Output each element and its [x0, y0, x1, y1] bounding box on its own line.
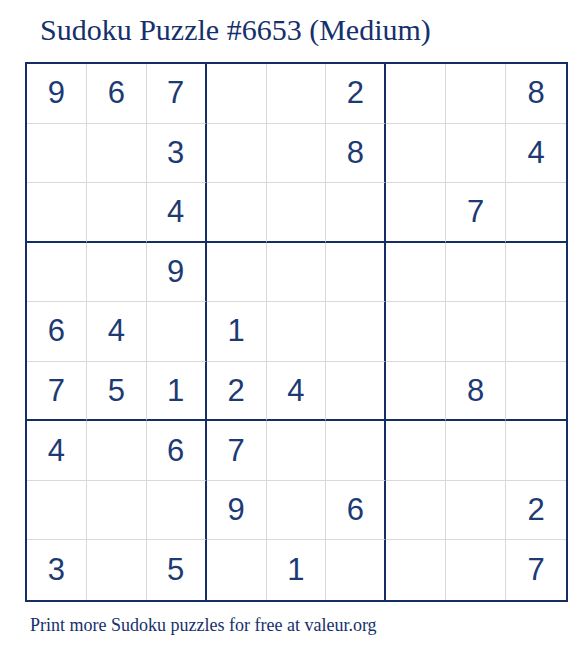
sudoku-cell-r6c8: 8	[446, 362, 506, 422]
sudoku-cell-r7c5	[267, 421, 327, 481]
sudoku-cell-r4c8	[446, 243, 506, 303]
sudoku-cell-r7c1: 4	[27, 421, 87, 481]
sudoku-cell-r9c5: 1	[267, 540, 327, 600]
sudoku-cell-r6c3: 1	[147, 362, 207, 422]
sudoku-cell-r5c4: 1	[207, 302, 267, 362]
sudoku-cell-r8c3	[147, 481, 207, 541]
sudoku-cell-r2c4	[207, 124, 267, 184]
sudoku-cell-r6c1: 7	[27, 362, 87, 422]
sudoku-cell-r1c6: 2	[326, 64, 386, 124]
sudoku-cell-r4c7	[386, 243, 446, 303]
sudoku-cell-r3c9	[506, 183, 566, 243]
sudoku-board: 967283844796417512484679623517	[25, 62, 568, 602]
sudoku-cell-r4c2	[87, 243, 147, 303]
sudoku-cell-r4c3: 9	[147, 243, 207, 303]
sudoku-cell-r9c7	[386, 540, 446, 600]
sudoku-cell-r4c6	[326, 243, 386, 303]
sudoku-cell-r1c4	[207, 64, 267, 124]
sudoku-cell-r5c6	[326, 302, 386, 362]
sudoku-page: Sudoku Puzzle #6653 (Medium) 96728384479…	[0, 0, 574, 651]
sudoku-cell-r3c3: 4	[147, 183, 207, 243]
sudoku-cell-r6c6	[326, 362, 386, 422]
sudoku-cell-r1c7	[386, 64, 446, 124]
sudoku-cell-r3c2	[87, 183, 147, 243]
sudoku-cell-r4c1	[27, 243, 87, 303]
sudoku-cell-r7c7	[386, 421, 446, 481]
sudoku-cell-r6c7	[386, 362, 446, 422]
sudoku-cell-r8c9: 2	[506, 481, 566, 541]
sudoku-cell-r6c5: 4	[267, 362, 327, 422]
sudoku-cell-r2c2	[87, 124, 147, 184]
sudoku-cell-r7c4: 7	[207, 421, 267, 481]
sudoku-cell-r3c1	[27, 183, 87, 243]
sudoku-cell-r5c8	[446, 302, 506, 362]
sudoku-cell-r5c1: 6	[27, 302, 87, 362]
sudoku-cell-r1c2: 6	[87, 64, 147, 124]
sudoku-cell-r7c2	[87, 421, 147, 481]
page-title: Sudoku Puzzle #6653 (Medium)	[40, 12, 431, 48]
sudoku-cell-r9c6	[326, 540, 386, 600]
sudoku-cell-r4c5	[267, 243, 327, 303]
sudoku-cell-r8c1	[27, 481, 87, 541]
sudoku-cell-r2c6: 8	[326, 124, 386, 184]
sudoku-cell-r8c7	[386, 481, 446, 541]
sudoku-cell-r1c5	[267, 64, 327, 124]
sudoku-cell-r2c3: 3	[147, 124, 207, 184]
sudoku-cell-r1c3: 7	[147, 64, 207, 124]
sudoku-cell-r2c9: 4	[506, 124, 566, 184]
sudoku-cell-r7c3: 6	[147, 421, 207, 481]
sudoku-cell-r2c5	[267, 124, 327, 184]
sudoku-cell-r1c1: 9	[27, 64, 87, 124]
sudoku-cell-r6c9	[506, 362, 566, 422]
sudoku-cell-r9c3: 5	[147, 540, 207, 600]
sudoku-cell-r5c9	[506, 302, 566, 362]
sudoku-cell-r3c5	[267, 183, 327, 243]
sudoku-cell-r4c4	[207, 243, 267, 303]
sudoku-cell-r7c9	[506, 421, 566, 481]
footer-text: Print more Sudoku puzzles for free at va…	[30, 615, 377, 636]
sudoku-cell-r8c5	[267, 481, 327, 541]
sudoku-cell-r7c6	[326, 421, 386, 481]
sudoku-cell-r7c8	[446, 421, 506, 481]
sudoku-cell-r8c6: 6	[326, 481, 386, 541]
sudoku-cell-r6c2: 5	[87, 362, 147, 422]
sudoku-cell-r5c5	[267, 302, 327, 362]
sudoku-cell-r9c2	[87, 540, 147, 600]
sudoku-cell-r1c8	[446, 64, 506, 124]
sudoku-cell-r8c2	[87, 481, 147, 541]
sudoku-cell-r1c9: 8	[506, 64, 566, 124]
sudoku-cell-r3c7	[386, 183, 446, 243]
sudoku-cell-r2c7	[386, 124, 446, 184]
sudoku-cell-r8c8	[446, 481, 506, 541]
sudoku-cell-r3c6	[326, 183, 386, 243]
sudoku-cell-r5c3	[147, 302, 207, 362]
sudoku-cell-r3c8: 7	[446, 183, 506, 243]
sudoku-cell-r5c7	[386, 302, 446, 362]
sudoku-cell-r9c1: 3	[27, 540, 87, 600]
sudoku-cell-r6c4: 2	[207, 362, 267, 422]
sudoku-cell-r2c8	[446, 124, 506, 184]
sudoku-cell-r9c9: 7	[506, 540, 566, 600]
sudoku-cell-r8c4: 9	[207, 481, 267, 541]
sudoku-cell-r4c9	[506, 243, 566, 303]
sudoku-cell-r9c8	[446, 540, 506, 600]
sudoku-cell-r2c1	[27, 124, 87, 184]
sudoku-cell-r3c4	[207, 183, 267, 243]
sudoku-cell-r9c4	[207, 540, 267, 600]
sudoku-cell-r5c2: 4	[87, 302, 147, 362]
